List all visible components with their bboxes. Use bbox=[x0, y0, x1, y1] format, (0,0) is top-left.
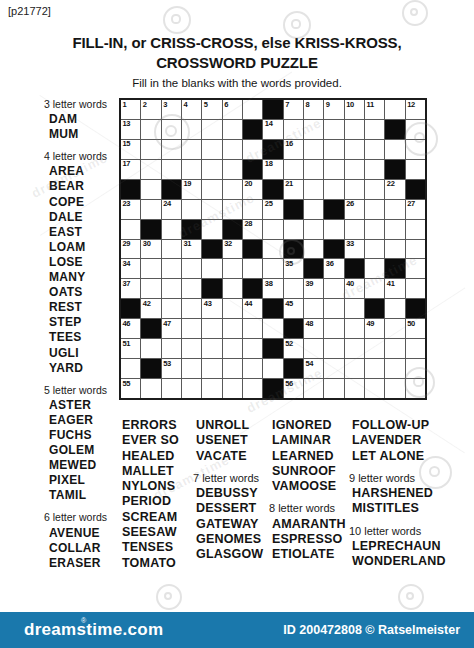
grid-cell[interactable] bbox=[141, 279, 160, 298]
grid-cell[interactable] bbox=[304, 180, 323, 199]
puzzle-grid: 1234567891011121314151617181920212223242… bbox=[119, 98, 427, 400]
word-item: MUM bbox=[49, 127, 124, 142]
grid-cell[interactable] bbox=[385, 379, 404, 398]
clue-number: 9 bbox=[326, 101, 330, 109]
stock-photo-footer-bar: dreamstime.com ® ID 200472808 © Ratselme… bbox=[0, 612, 474, 648]
word-item: ERASER bbox=[49, 556, 124, 571]
bottom-word-column-2: UNROLLUSENETVACATE7 letter wordsDEBUSSYD… bbox=[196, 418, 263, 563]
grid-cell[interactable]: 43 bbox=[202, 299, 221, 318]
grid-cell[interactable] bbox=[345, 160, 364, 179]
grid-cell[interactable]: 8 bbox=[304, 100, 323, 119]
grid-cell[interactable] bbox=[304, 240, 323, 259]
clue-number: 43 bbox=[204, 300, 212, 308]
word-item: TEES bbox=[49, 330, 124, 345]
grid-cell-black bbox=[121, 180, 140, 199]
grid-cell[interactable] bbox=[223, 120, 242, 139]
grid-cell[interactable] bbox=[406, 279, 425, 298]
grid-cell[interactable] bbox=[324, 160, 343, 179]
grid-cell[interactable] bbox=[182, 259, 201, 278]
puzzle-title-line2: CROSSWORD PUZZLE bbox=[0, 53, 474, 73]
grid-cell[interactable] bbox=[345, 140, 364, 159]
grid-cell[interactable]: 45 bbox=[284, 299, 303, 318]
grid-cell[interactable] bbox=[162, 240, 181, 259]
grid-cell[interactable] bbox=[162, 120, 181, 139]
grid-cell[interactable] bbox=[243, 140, 262, 159]
grid-cell[interactable] bbox=[243, 100, 262, 119]
grid-cell-black bbox=[162, 180, 181, 199]
grid-cell[interactable] bbox=[162, 299, 181, 318]
grid-cell[interactable]: 42 bbox=[141, 299, 160, 318]
grid-cell[interactable] bbox=[284, 160, 303, 179]
grid-cell[interactable] bbox=[324, 299, 343, 318]
grid-cell[interactable] bbox=[202, 160, 221, 179]
grid-cell[interactable] bbox=[406, 160, 425, 179]
grid-cell-black bbox=[365, 299, 384, 318]
grid-cell-black bbox=[243, 240, 262, 259]
grid-cell[interactable] bbox=[365, 140, 384, 159]
grid-cell[interactable] bbox=[162, 259, 181, 278]
word-item: IGNORED bbox=[272, 418, 346, 433]
grid-cell[interactable] bbox=[385, 299, 404, 318]
word-item: SEESAW bbox=[122, 525, 179, 540]
grid-cell[interactable] bbox=[182, 299, 201, 318]
grid-cell[interactable]: 31 bbox=[182, 240, 201, 259]
grid-cell[interactable]: 49 bbox=[365, 319, 384, 338]
clue-number: 49 bbox=[367, 320, 375, 328]
clue-number: 45 bbox=[285, 300, 293, 308]
grid-cell[interactable] bbox=[406, 120, 425, 139]
word-group-header: 9 letter words bbox=[349, 471, 446, 486]
grid-cell[interactable] bbox=[223, 279, 242, 298]
grid-cell[interactable] bbox=[223, 359, 242, 378]
grid-cell[interactable] bbox=[263, 359, 282, 378]
grid-cell[interactable] bbox=[202, 319, 221, 338]
clue-number: 37 bbox=[123, 280, 131, 288]
grid-cell[interactable]: 54 bbox=[304, 359, 323, 378]
grid-cell[interactable]: 13 bbox=[121, 120, 140, 139]
clue-number: 25 bbox=[265, 200, 273, 208]
grid-cell[interactable] bbox=[182, 200, 201, 219]
grid-cell[interactable]: 53 bbox=[162, 359, 181, 378]
grid-cell[interactable] bbox=[385, 359, 404, 378]
grid-cell[interactable] bbox=[406, 259, 425, 278]
grid-cell[interactable] bbox=[182, 319, 201, 338]
grid-cell[interactable]: 1 bbox=[121, 100, 140, 119]
grid-cell[interactable]: 39 bbox=[304, 279, 323, 298]
grid-cell-black bbox=[385, 120, 404, 139]
clue-number: 7 bbox=[285, 101, 289, 109]
word-item: USENET bbox=[196, 433, 263, 448]
grid-cell[interactable] bbox=[345, 359, 364, 378]
grid-cell[interactable] bbox=[223, 379, 242, 398]
word-item: GATEWAY bbox=[196, 517, 263, 532]
grid-cell[interactable]: 46 bbox=[121, 319, 140, 338]
grid-cell[interactable] bbox=[345, 379, 364, 398]
grid-cell[interactable] bbox=[345, 319, 364, 338]
grid-cell[interactable]: 50 bbox=[406, 319, 425, 338]
grid-cell[interactable] bbox=[182, 120, 201, 139]
grid-cell[interactable] bbox=[223, 200, 242, 219]
clue-number: 36 bbox=[326, 260, 334, 268]
grid-cell[interactable] bbox=[202, 140, 221, 159]
word-item: AMARANTH bbox=[272, 517, 346, 532]
grid-cell[interactable]: 16 bbox=[284, 140, 303, 159]
word-item: EAST bbox=[49, 225, 124, 240]
grid-cell[interactable] bbox=[345, 180, 364, 199]
word-item: GOLEM bbox=[49, 443, 124, 458]
grid-cell[interactable] bbox=[385, 220, 404, 239]
grid-cell[interactable] bbox=[304, 120, 323, 139]
grid-cell[interactable] bbox=[324, 359, 343, 378]
clue-number: 54 bbox=[306, 360, 314, 368]
grid-cell[interactable] bbox=[385, 240, 404, 259]
image-id-credit: ID 200472808 © Ratselmeister bbox=[283, 623, 460, 637]
clue-number: 53 bbox=[163, 360, 171, 368]
bottom-word-column-3: IGNOREDLAMINARLEARNEDSUNROOFVAMOOSE8 let… bbox=[272, 418, 346, 563]
grid-cell[interactable] bbox=[284, 120, 303, 139]
grid-cell[interactable]: 11 bbox=[365, 100, 384, 119]
grid-cell[interactable]: 34 bbox=[121, 259, 140, 278]
grid-cell[interactable] bbox=[385, 339, 404, 358]
watermark-logo-circle bbox=[156, 584, 182, 610]
word-item: FUCHS bbox=[49, 428, 124, 443]
grid-cell[interactable]: 12 bbox=[406, 100, 425, 119]
grid-cell[interactable] bbox=[406, 339, 425, 358]
grid-cell[interactable] bbox=[162, 339, 181, 358]
grid-cell[interactable] bbox=[202, 379, 221, 398]
grid-cell-black bbox=[263, 100, 282, 119]
grid-cell[interactable] bbox=[223, 180, 242, 199]
grid-cell[interactable] bbox=[304, 160, 323, 179]
grid-cell-black bbox=[243, 160, 262, 179]
grid-cell[interactable] bbox=[365, 120, 384, 139]
grid-cell[interactable]: 19 bbox=[182, 180, 201, 199]
grid-cell[interactable] bbox=[263, 220, 282, 239]
bottom-word-column-4: FOLLOW-UPLAVENDERLET ALONE9 letter words… bbox=[352, 418, 446, 570]
grid-cell[interactable]: 48 bbox=[304, 319, 323, 338]
clue-number: 56 bbox=[285, 380, 293, 388]
grid-cell[interactable] bbox=[406, 240, 425, 259]
grid-cell[interactable] bbox=[141, 339, 160, 358]
word-item: EVER SO bbox=[122, 433, 179, 448]
word-item: NYLONS bbox=[122, 479, 179, 494]
dreamstime-logo: dreamstime.com ® bbox=[24, 620, 163, 640]
grid-cell[interactable] bbox=[324, 180, 343, 199]
grid-cell[interactable] bbox=[223, 259, 242, 278]
grid-cell[interactable] bbox=[243, 259, 262, 278]
grid-cell[interactable]: 6 bbox=[223, 100, 242, 119]
grid-cell[interactable]: 3 bbox=[162, 100, 181, 119]
grid-cell[interactable] bbox=[365, 200, 384, 219]
word-item: UGLI bbox=[49, 346, 124, 361]
grid-cell[interactable] bbox=[365, 240, 384, 259]
grid-cell-black bbox=[202, 279, 221, 298]
grid-cell[interactable] bbox=[385, 200, 404, 219]
grid-cell[interactable] bbox=[182, 379, 201, 398]
grid-cell[interactable]: 20 bbox=[243, 180, 262, 199]
grid-cell[interactable]: 56 bbox=[284, 379, 303, 398]
grid-cell[interactable] bbox=[284, 279, 303, 298]
grid-cell-black bbox=[385, 259, 404, 278]
grid-cell[interactable]: 38 bbox=[263, 279, 282, 298]
grid-cell[interactable] bbox=[263, 319, 282, 338]
grid-cell[interactable] bbox=[202, 359, 221, 378]
grid-cell-black bbox=[243, 120, 262, 139]
word-group-header: 10 letter words bbox=[349, 524, 446, 539]
grid-cell[interactable] bbox=[243, 359, 262, 378]
grid-cell-black bbox=[182, 220, 201, 239]
grid-cell[interactable] bbox=[202, 180, 221, 199]
grid-cell[interactable] bbox=[406, 359, 425, 378]
grid-cell-black bbox=[121, 299, 140, 318]
grid-cell[interactable]: 36 bbox=[324, 259, 343, 278]
clue-number: 19 bbox=[184, 180, 192, 188]
grid-cell[interactable] bbox=[406, 140, 425, 159]
grid-cell-black bbox=[243, 279, 262, 298]
grid-cell-black bbox=[385, 160, 404, 179]
word-item: MEWED bbox=[49, 458, 124, 473]
clue-number: 48 bbox=[306, 320, 314, 328]
grid-cell-black bbox=[304, 259, 323, 278]
word-item: LOSE bbox=[49, 255, 124, 270]
grid-cell[interactable]: 17 bbox=[121, 160, 140, 179]
grid-cell[interactable] bbox=[365, 279, 384, 298]
grid-cell[interactable] bbox=[162, 160, 181, 179]
grid-cell[interactable] bbox=[182, 359, 201, 378]
grid-cell[interactable] bbox=[223, 160, 242, 179]
grid-cell[interactable] bbox=[202, 200, 221, 219]
grid-cell[interactable]: 26 bbox=[345, 200, 364, 219]
clue-number: 31 bbox=[184, 240, 192, 248]
word-item: AREA bbox=[49, 164, 124, 179]
clue-number: 44 bbox=[245, 300, 253, 308]
word-item: EAGER bbox=[49, 413, 124, 428]
grid-cell[interactable]: 4 bbox=[182, 100, 201, 119]
grid-cell[interactable] bbox=[182, 279, 201, 298]
grid-cell[interactable] bbox=[385, 100, 404, 119]
grid-cell-black bbox=[202, 240, 221, 259]
grid-cell[interactable] bbox=[385, 319, 404, 338]
grid-cell-black bbox=[141, 319, 160, 338]
grid-cell[interactable] bbox=[365, 259, 384, 278]
grid-cell[interactable]: 28 bbox=[243, 220, 262, 239]
grid-cell[interactable] bbox=[141, 160, 160, 179]
grid-cell[interactable] bbox=[223, 339, 242, 358]
grid-cell[interactable]: 2 bbox=[141, 100, 160, 119]
word-group-header: 4 letter words bbox=[44, 149, 124, 164]
grid-cell[interactable]: 22 bbox=[385, 180, 404, 199]
word-item: SCREAM bbox=[122, 510, 179, 525]
grid-cell[interactable] bbox=[243, 200, 262, 219]
grid-cell[interactable]: 23 bbox=[121, 200, 140, 219]
grid-cell[interactable] bbox=[243, 319, 262, 338]
grid-cell[interactable] bbox=[365, 379, 384, 398]
bottom-word-column-1: ERRORSEVER SOHEALEDMALLETNYLONSPERIODSCR… bbox=[122, 418, 179, 571]
grid-cell[interactable] bbox=[385, 140, 404, 159]
grid-cell[interactable] bbox=[223, 319, 242, 338]
grid-cell[interactable]: 55 bbox=[121, 379, 140, 398]
clue-number: 14 bbox=[265, 120, 273, 128]
word-item: STEP bbox=[49, 315, 124, 330]
word-item: PIXEL bbox=[49, 473, 124, 488]
grid-cell[interactable] bbox=[324, 339, 343, 358]
grid-cell[interactable] bbox=[365, 220, 384, 239]
grid-cell[interactable] bbox=[304, 220, 323, 239]
grid-cell[interactable] bbox=[324, 140, 343, 159]
grid-cell[interactable] bbox=[141, 200, 160, 219]
clue-number: 15 bbox=[123, 140, 131, 148]
word-item: ETIOLATE bbox=[272, 547, 346, 562]
grid-cell[interactable] bbox=[182, 339, 201, 358]
grid-cell[interactable] bbox=[202, 259, 221, 278]
word-item: OATS bbox=[49, 285, 124, 300]
grid-cell[interactable] bbox=[324, 220, 343, 239]
grid-cell[interactable] bbox=[263, 259, 282, 278]
grid-cell[interactable] bbox=[223, 140, 242, 159]
grid-cell[interactable]: 33 bbox=[345, 240, 364, 259]
dreamstime-logo-text: dreamstime.com bbox=[24, 620, 163, 639]
grid-cell[interactable] bbox=[121, 220, 140, 239]
grid-cell[interactable]: 52 bbox=[284, 339, 303, 358]
grid-cell[interactable]: 29 bbox=[121, 240, 140, 259]
grid-cell[interactable]: 10 bbox=[345, 100, 364, 119]
grid-cell[interactable] bbox=[304, 200, 323, 219]
grid-cell[interactable] bbox=[243, 379, 262, 398]
clue-number: 50 bbox=[407, 320, 415, 328]
word-item: ASTER bbox=[49, 398, 124, 413]
grid-cell[interactable] bbox=[365, 160, 384, 179]
clue-number: 6 bbox=[224, 101, 228, 109]
puzzle-instructions: Fill in the blanks with the words provid… bbox=[0, 75, 474, 91]
grid-cell-black bbox=[223, 220, 242, 239]
grid-cell[interactable]: 7 bbox=[284, 100, 303, 119]
grid-cell[interactable]: 37 bbox=[121, 279, 140, 298]
grid-cell[interactable]: 27 bbox=[406, 200, 425, 219]
grid-cell[interactable] bbox=[182, 140, 201, 159]
word-item: REST bbox=[49, 300, 124, 315]
clue-number: 23 bbox=[123, 200, 131, 208]
grid-cell[interactable]: 32 bbox=[223, 240, 242, 259]
grid-cell[interactable]: 47 bbox=[162, 319, 181, 338]
clue-number: 38 bbox=[265, 280, 273, 288]
grid-cell[interactable] bbox=[162, 379, 181, 398]
word-item: WONDERLAND bbox=[352, 554, 446, 569]
grid-cell[interactable] bbox=[345, 220, 364, 239]
grid-cell[interactable] bbox=[304, 339, 323, 358]
grid-cell[interactable] bbox=[406, 220, 425, 239]
grid-cell[interactable]: 41 bbox=[385, 279, 404, 298]
grid-cell[interactable]: 51 bbox=[121, 339, 140, 358]
grid-cell-black bbox=[406, 180, 425, 199]
grid-cell[interactable] bbox=[324, 379, 343, 398]
grid-cell-black bbox=[263, 379, 282, 398]
grid-cell[interactable] bbox=[365, 180, 384, 199]
grid-cell[interactable] bbox=[162, 220, 181, 239]
word-item: LAVENDER bbox=[352, 433, 446, 448]
grid-cell[interactable]: 9 bbox=[324, 100, 343, 119]
grid-cell[interactable]: 35 bbox=[284, 259, 303, 278]
clue-number: 46 bbox=[123, 320, 131, 328]
clue-number: 52 bbox=[285, 340, 293, 348]
grid-cell[interactable] bbox=[324, 319, 343, 338]
grid-cell-black bbox=[284, 359, 303, 378]
grid-cell[interactable]: 5 bbox=[202, 100, 221, 119]
grid-cell[interactable] bbox=[406, 379, 425, 398]
clue-number: 33 bbox=[346, 240, 354, 248]
word-item: ERRORS bbox=[122, 418, 179, 433]
grid-cell[interactable] bbox=[365, 359, 384, 378]
grid-cell[interactable]: 15 bbox=[121, 140, 140, 159]
grid-cell[interactable]: 25 bbox=[263, 200, 282, 219]
grid-cell[interactable] bbox=[202, 220, 221, 239]
grid-cell[interactable] bbox=[141, 379, 160, 398]
grid-cell[interactable] bbox=[202, 120, 221, 139]
clue-number: 24 bbox=[163, 200, 171, 208]
title-block: FILL-IN, or CRISS-CROSS, else KRISS-KROS… bbox=[0, 33, 474, 91]
grid-cell[interactable] bbox=[345, 299, 364, 318]
grid-cell[interactable] bbox=[304, 299, 323, 318]
grid-cell[interactable] bbox=[141, 140, 160, 159]
grid-cell[interactable]: 21 bbox=[284, 180, 303, 199]
grid-cell[interactable] bbox=[223, 299, 242, 318]
word-item: FOLLOW-UP bbox=[352, 418, 446, 433]
grid-cell[interactable] bbox=[324, 279, 343, 298]
grid-cell[interactable]: 24 bbox=[162, 200, 181, 219]
word-item: LOAM bbox=[49, 240, 124, 255]
word-item: MANY bbox=[49, 270, 124, 285]
word-item: UNROLL bbox=[196, 418, 263, 433]
grid-cell[interactable] bbox=[141, 259, 160, 278]
grid-cell[interactable]: 18 bbox=[263, 160, 282, 179]
watermark-logo-circle bbox=[402, 0, 428, 26]
clue-number: 12 bbox=[407, 101, 415, 109]
word-item: SUNROOF bbox=[272, 464, 346, 479]
grid-cell[interactable] bbox=[243, 339, 262, 358]
clue-number: 51 bbox=[123, 340, 131, 348]
grid-cell[interactable]: 40 bbox=[345, 279, 364, 298]
grid-cell[interactable]: 14 bbox=[263, 120, 282, 139]
clue-number: 40 bbox=[346, 280, 354, 288]
clue-number: 8 bbox=[306, 101, 310, 109]
grid-cell[interactable] bbox=[141, 120, 160, 139]
grid-cell-black bbox=[406, 299, 425, 318]
word-item: HARSHENED bbox=[352, 486, 446, 501]
word-item: TAMIL bbox=[49, 488, 124, 503]
grid-cell[interactable] bbox=[121, 359, 140, 378]
grid-cell[interactable] bbox=[202, 339, 221, 358]
grid-cell[interactable] bbox=[345, 120, 364, 139]
word-group-header: 8 letter words bbox=[269, 501, 346, 516]
word-group-header: 5 letter words bbox=[44, 383, 124, 398]
clue-number: 39 bbox=[306, 280, 314, 288]
grid-cell[interactable] bbox=[162, 279, 181, 298]
grid-cell[interactable] bbox=[141, 180, 160, 199]
clue-number: 32 bbox=[224, 240, 232, 248]
grid-cell[interactable] bbox=[304, 379, 323, 398]
grid-cell[interactable] bbox=[182, 160, 201, 179]
grid-cell[interactable] bbox=[324, 120, 343, 139]
word-item: DEBUSSY bbox=[196, 486, 263, 501]
grid-cell[interactable] bbox=[365, 339, 384, 358]
grid-cell[interactable] bbox=[162, 140, 181, 159]
grid-cell-black bbox=[263, 339, 282, 358]
grid-cell[interactable]: 30 bbox=[141, 240, 160, 259]
grid-cell[interactable] bbox=[263, 240, 282, 259]
grid-cell[interactable] bbox=[284, 220, 303, 239]
grid-cell[interactable] bbox=[345, 339, 364, 358]
grid-cell[interactable]: 44 bbox=[243, 299, 262, 318]
grid-cell[interactable] bbox=[304, 140, 323, 159]
